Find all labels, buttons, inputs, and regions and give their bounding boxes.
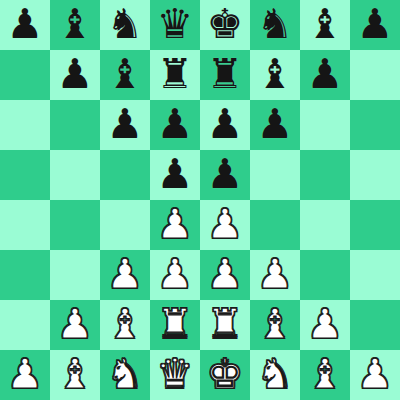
square-h3[interactable] — [350, 250, 400, 300]
white-knight[interactable]: ♞ — [107, 350, 144, 399]
white-pawn[interactable]: ♟ — [157, 250, 194, 299]
black-pawn[interactable]: ♟ — [357, 0, 394, 49]
black-pawn[interactable]: ♟ — [57, 50, 94, 99]
white-bishop[interactable]: ♝ — [307, 350, 344, 399]
white-bishop[interactable]: ♝ — [107, 300, 144, 349]
black-bishop[interactable]: ♝ — [307, 0, 344, 49]
square-f7[interactable]: ♝ — [250, 50, 300, 100]
square-h7[interactable] — [350, 50, 400, 100]
black-pawn[interactable]: ♟ — [257, 100, 294, 149]
white-pawn[interactable]: ♟ — [157, 200, 194, 249]
square-g3[interactable] — [300, 250, 350, 300]
square-g2[interactable]: ♟ — [300, 300, 350, 350]
white-pawn[interactable]: ♟ — [7, 350, 44, 399]
black-pawn[interactable]: ♟ — [157, 100, 194, 149]
square-a4[interactable] — [0, 200, 50, 250]
square-h4[interactable] — [350, 200, 400, 250]
square-b4[interactable] — [50, 200, 100, 250]
black-rook[interactable]: ♜ — [207, 50, 244, 99]
square-g1[interactable]: ♝ — [300, 350, 350, 400]
square-b2[interactable]: ♟ — [50, 300, 100, 350]
square-e7[interactable]: ♜ — [200, 50, 250, 100]
black-pawn[interactable]: ♟ — [157, 150, 194, 199]
square-h1[interactable]: ♟ — [350, 350, 400, 400]
black-rook[interactable]: ♜ — [157, 50, 194, 99]
square-b8[interactable]: ♝ — [50, 0, 100, 50]
white-pawn[interactable]: ♟ — [207, 250, 244, 299]
chess-board: ♟♝♞♛♚♞♝♟♟♝♜♜♝♟♟♟♟♟♟♟♟♟♟♟♟♟♟♝♜♜♝♟♟♝♞♛♚♞♝♟ — [0, 0, 400, 400]
square-c1[interactable]: ♞ — [100, 350, 150, 400]
square-c2[interactable]: ♝ — [100, 300, 150, 350]
black-pawn[interactable]: ♟ — [107, 100, 144, 149]
square-d3[interactable]: ♟ — [150, 250, 200, 300]
square-b7[interactable]: ♟ — [50, 50, 100, 100]
square-g4[interactable] — [300, 200, 350, 250]
black-knight[interactable]: ♞ — [107, 0, 144, 49]
square-a6[interactable] — [0, 100, 50, 150]
square-f6[interactable]: ♟ — [250, 100, 300, 150]
white-bishop[interactable]: ♝ — [257, 300, 294, 349]
square-g5[interactable] — [300, 150, 350, 200]
black-bishop[interactable]: ♝ — [107, 50, 144, 99]
square-h5[interactable] — [350, 150, 400, 200]
square-b3[interactable] — [50, 250, 100, 300]
square-e5[interactable]: ♟ — [200, 150, 250, 200]
square-d2[interactable]: ♜ — [150, 300, 200, 350]
square-h6[interactable] — [350, 100, 400, 150]
white-pawn[interactable]: ♟ — [357, 350, 394, 399]
black-pawn[interactable]: ♟ — [207, 150, 244, 199]
square-b5[interactable] — [50, 150, 100, 200]
black-bishop[interactable]: ♝ — [257, 50, 294, 99]
white-rook[interactable]: ♜ — [157, 300, 194, 349]
white-king[interactable]: ♚ — [207, 350, 244, 399]
white-rook[interactable]: ♜ — [207, 300, 244, 349]
square-c4[interactable] — [100, 200, 150, 250]
square-b6[interactable] — [50, 100, 100, 150]
square-d1[interactable]: ♛ — [150, 350, 200, 400]
black-queen[interactable]: ♛ — [157, 0, 194, 49]
square-f5[interactable] — [250, 150, 300, 200]
square-g7[interactable]: ♟ — [300, 50, 350, 100]
black-pawn[interactable]: ♟ — [207, 100, 244, 149]
square-e2[interactable]: ♜ — [200, 300, 250, 350]
square-d8[interactable]: ♛ — [150, 0, 200, 50]
square-h8[interactable]: ♟ — [350, 0, 400, 50]
square-e4[interactable]: ♟ — [200, 200, 250, 250]
white-pawn[interactable]: ♟ — [307, 300, 344, 349]
black-pawn[interactable]: ♟ — [7, 0, 44, 49]
square-c6[interactable]: ♟ — [100, 100, 150, 150]
square-a3[interactable] — [0, 250, 50, 300]
white-pawn[interactable]: ♟ — [57, 300, 94, 349]
square-e3[interactable]: ♟ — [200, 250, 250, 300]
square-d5[interactable]: ♟ — [150, 150, 200, 200]
white-pawn[interactable]: ♟ — [107, 250, 144, 299]
square-f4[interactable] — [250, 200, 300, 250]
square-g6[interactable] — [300, 100, 350, 150]
square-d6[interactable]: ♟ — [150, 100, 200, 150]
square-c7[interactable]: ♝ — [100, 50, 150, 100]
square-c5[interactable] — [100, 150, 150, 200]
square-h2[interactable] — [350, 300, 400, 350]
square-a1[interactable]: ♟ — [0, 350, 50, 400]
square-c3[interactable]: ♟ — [100, 250, 150, 300]
white-pawn[interactable]: ♟ — [257, 250, 294, 299]
square-b1[interactable]: ♝ — [50, 350, 100, 400]
square-e6[interactable]: ♟ — [200, 100, 250, 150]
white-pawn[interactable]: ♟ — [207, 200, 244, 249]
square-a7[interactable] — [0, 50, 50, 100]
square-d4[interactable]: ♟ — [150, 200, 200, 250]
white-knight[interactable]: ♞ — [257, 350, 294, 399]
square-e8[interactable]: ♚ — [200, 0, 250, 50]
black-bishop[interactable]: ♝ — [57, 0, 94, 49]
square-d7[interactable]: ♜ — [150, 50, 200, 100]
square-c8[interactable]: ♞ — [100, 0, 150, 50]
white-queen[interactable]: ♛ — [157, 350, 194, 399]
white-bishop[interactable]: ♝ — [57, 350, 94, 399]
black-king[interactable]: ♚ — [207, 0, 244, 49]
square-e1[interactable]: ♚ — [200, 350, 250, 400]
board-container: ♟♝♞♛♚♞♝♟♟♝♜♜♝♟♟♟♟♟♟♟♟♟♟♟♟♟♟♝♜♜♝♟♟♝♞♛♚♞♝♟ — [0, 0, 400, 400]
square-f8[interactable]: ♞ — [250, 0, 300, 50]
square-a5[interactable] — [0, 150, 50, 200]
black-pawn[interactable]: ♟ — [307, 50, 344, 99]
square-f3[interactable]: ♟ — [250, 250, 300, 300]
square-a2[interactable] — [0, 300, 50, 350]
black-knight[interactable]: ♞ — [257, 0, 294, 49]
square-a8[interactable]: ♟ — [0, 0, 50, 50]
square-g8[interactable]: ♝ — [300, 0, 350, 50]
square-f1[interactable]: ♞ — [250, 350, 300, 400]
square-f2[interactable]: ♝ — [250, 300, 300, 350]
